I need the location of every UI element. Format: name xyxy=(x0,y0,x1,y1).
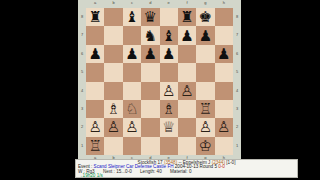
rank-label-5: 5 xyxy=(233,63,241,81)
piece-white-pawn[interactable]: ♙ xyxy=(88,118,101,136)
file-label-e: e xyxy=(160,0,178,8)
square-f8[interactable]: ♜ xyxy=(178,8,196,26)
file-label-a: a xyxy=(86,0,104,8)
ranks-right: 87654321 xyxy=(233,8,241,155)
piece-black-knight[interactable]: ♞ xyxy=(144,27,157,45)
square-g1[interactable]: ♔ xyxy=(196,137,214,155)
rank-label-6: 6 xyxy=(233,45,241,63)
square-g7[interactable]: ♟ xyxy=(196,26,214,44)
square-d1[interactable] xyxy=(141,137,159,155)
square-a5[interactable] xyxy=(86,63,104,81)
game-length: Length: 40 xyxy=(140,169,162,174)
square-f3[interactable] xyxy=(178,100,196,118)
square-b8[interactable] xyxy=(104,8,122,26)
square-a2[interactable]: ♙ xyxy=(86,118,104,136)
square-c7[interactable] xyxy=(123,26,141,44)
square-d3[interactable] xyxy=(141,100,159,118)
square-h5[interactable] xyxy=(215,63,233,81)
file-label-c: c xyxy=(123,0,141,8)
footer-link[interactable]: →19h20 1/s xyxy=(78,173,103,178)
square-b4[interactable] xyxy=(104,82,122,100)
next-move: Next : 15...0-0 xyxy=(103,169,132,174)
file-label-g: g xyxy=(196,0,214,8)
square-f5[interactable] xyxy=(178,63,196,81)
piece-black-pawn[interactable]: ♟ xyxy=(217,45,230,63)
square-e3[interactable]: ♗ xyxy=(160,100,178,118)
square-a7[interactable] xyxy=(86,26,104,44)
files-top: abcdefgh xyxy=(86,0,233,8)
square-h3[interactable] xyxy=(215,100,233,118)
piece-white-pawn[interactable]: ♙ xyxy=(180,82,193,100)
square-f1[interactable] xyxy=(178,137,196,155)
piece-black-pawn[interactable]: ♟ xyxy=(144,45,157,63)
file-label-f: f xyxy=(178,0,196,8)
piece-white-bishop[interactable]: ♗ xyxy=(162,100,175,118)
square-a8[interactable]: ♜ xyxy=(86,8,104,26)
square-h4[interactable] xyxy=(215,82,233,100)
square-a3[interactable] xyxy=(86,100,104,118)
square-b3[interactable]: ♗ xyxy=(104,100,122,118)
square-g6[interactable] xyxy=(196,45,214,63)
square-e4[interactable]: ♙ xyxy=(160,82,178,100)
square-e7[interactable]: ♝ xyxy=(160,26,178,44)
square-e6[interactable]: ♟ xyxy=(160,45,178,63)
rank-label-1: 1 xyxy=(78,137,86,155)
square-c1[interactable] xyxy=(123,137,141,155)
piece-white-bishop[interactable]: ♗ xyxy=(107,100,120,118)
piece-white-queen[interactable]: ♕ xyxy=(162,118,175,136)
piece-black-rook[interactable]: ♜ xyxy=(180,8,193,26)
board-grid: ♜♝♛♜♚♞♝♟♟♟♟♟♟♟♙♙♗♘♗♖♙♙♙♕♙♙♖♔ xyxy=(86,8,233,155)
rank-label-4: 4 xyxy=(233,82,241,100)
square-b1[interactable] xyxy=(104,137,122,155)
square-h2[interactable]: ♙ xyxy=(215,118,233,136)
square-d8[interactable]: ♛ xyxy=(141,8,159,26)
piece-black-pawn[interactable]: ♟ xyxy=(125,45,138,63)
piece-white-pawn[interactable]: ♙ xyxy=(199,118,212,136)
piece-white-rook[interactable]: ♖ xyxy=(88,137,101,155)
piece-black-pawn[interactable]: ♟ xyxy=(88,45,101,63)
square-g3[interactable]: ♖ xyxy=(196,100,214,118)
square-f7[interactable]: ♟ xyxy=(178,26,196,44)
chess-board: abcdefgh 87654321 ♜♝♛♜♚♞♝♟♟♟♟♟♟♟♙♙♗♘♗♖♙♙… xyxy=(78,0,241,159)
file-label-d: d xyxy=(141,0,159,8)
square-f2[interactable] xyxy=(178,118,196,136)
square-c6[interactable]: ♟ xyxy=(123,45,141,63)
square-e8[interactable] xyxy=(160,8,178,26)
file-label-b: b xyxy=(104,0,122,8)
piece-black-pawn[interactable]: ♟ xyxy=(199,27,212,45)
piece-black-bishop[interactable]: ♝ xyxy=(125,8,138,26)
square-b7[interactable] xyxy=(104,26,122,44)
piece-white-pawn[interactable]: ♙ xyxy=(125,118,138,136)
piece-white-pawn[interactable]: ♙ xyxy=(217,118,230,136)
square-d2[interactable] xyxy=(141,118,159,136)
square-b5[interactable] xyxy=(104,63,122,81)
piece-white-king[interactable]: ♔ xyxy=(199,137,212,155)
ranks-left: 87654321 xyxy=(78,8,86,155)
square-e5[interactable] xyxy=(160,63,178,81)
rank-label-5: 5 xyxy=(78,63,86,81)
piece-black-rook[interactable]: ♜ xyxy=(88,8,101,26)
square-g8[interactable]: ♚ xyxy=(196,8,214,26)
square-f4[interactable]: ♙ xyxy=(178,82,196,100)
rank-label-4: 4 xyxy=(78,82,86,100)
footer-line: →19h20 1/s xyxy=(78,174,295,179)
piece-white-pawn[interactable]: ♙ xyxy=(162,82,175,100)
square-a6[interactable]: ♟ xyxy=(86,45,104,63)
square-d4[interactable] xyxy=(141,82,159,100)
rank-label-3: 3 xyxy=(78,100,86,118)
square-h6[interactable]: ♟ xyxy=(215,45,233,63)
rank-label-6: 6 xyxy=(78,45,86,63)
piece-white-knight[interactable]: ♘ xyxy=(125,100,138,118)
rank-label-2: 2 xyxy=(233,118,241,136)
square-h1[interactable] xyxy=(215,137,233,155)
square-g5[interactable] xyxy=(196,63,214,81)
rank-label-8: 8 xyxy=(233,8,241,26)
rank-label-2: 2 xyxy=(78,118,86,136)
square-h8[interactable] xyxy=(215,8,233,26)
square-e1[interactable] xyxy=(160,137,178,155)
file-label-h: h xyxy=(215,0,233,8)
rank-label-7: 7 xyxy=(233,26,241,44)
piece-black-pawn[interactable]: ♟ xyxy=(162,45,175,63)
square-c3[interactable]: ♘ xyxy=(123,100,141,118)
piece-white-rook[interactable]: ♖ xyxy=(199,100,212,118)
game-result: [1-0] xyxy=(226,160,235,165)
square-b2[interactable]: ♙ xyxy=(104,118,122,136)
square-a4[interactable] xyxy=(86,82,104,100)
rank-label-7: 7 xyxy=(78,26,86,44)
rank-label-8: 8 xyxy=(78,8,86,26)
square-d5[interactable] xyxy=(141,63,159,81)
piece-black-pawn[interactable]: ♟ xyxy=(180,27,193,45)
rank-label-3: 3 xyxy=(233,100,241,118)
square-d7[interactable]: ♞ xyxy=(141,26,159,44)
square-c2[interactable]: ♙ xyxy=(123,118,141,136)
square-g4[interactable] xyxy=(196,82,214,100)
square-c4[interactable] xyxy=(123,82,141,100)
event-tail: 0-0 xyxy=(218,164,225,169)
rank-label-1: 1 xyxy=(233,137,241,155)
square-c8[interactable]: ♝ xyxy=(123,8,141,26)
square-e2[interactable]: ♕ xyxy=(160,118,178,136)
square-a1[interactable]: ♖ xyxy=(86,137,104,155)
square-f6[interactable] xyxy=(178,45,196,63)
square-g2[interactable]: ♙ xyxy=(196,118,214,136)
square-c5[interactable] xyxy=(123,63,141,81)
square-b6[interactable] xyxy=(104,45,122,63)
material-balance: Material: 0 xyxy=(170,169,191,174)
piece-black-king[interactable]: ♚ xyxy=(199,8,212,26)
square-h7[interactable] xyxy=(215,26,233,44)
square-d6[interactable]: ♟ xyxy=(141,45,159,63)
piece-black-bishop[interactable]: ♝ xyxy=(162,27,175,45)
app-window: abcdefgh 87654321 ♜♝♛♜♚♞♝♟♟♟♟♟♟♟♙♙♗♘♗♖♙♙… xyxy=(0,0,320,180)
game-info-panel: Stockfish 17 (3548) -- Eppelsheim J (234… xyxy=(75,159,298,178)
piece-white-pawn[interactable]: ♙ xyxy=(107,118,120,136)
piece-black-queen[interactable]: ♛ xyxy=(144,8,157,26)
